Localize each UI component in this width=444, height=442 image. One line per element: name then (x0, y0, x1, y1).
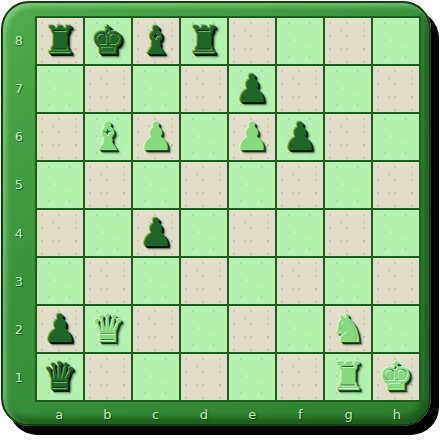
square-b3[interactable] (85, 258, 131, 304)
rank-label-2: 2 (3, 306, 35, 354)
file-labels: abcdefgh (35, 402, 421, 426)
square-c5[interactable] (133, 162, 179, 208)
square-d4[interactable] (181, 210, 227, 256)
square-e3[interactable] (229, 258, 275, 304)
piece-white-rook-g1[interactable]: ♜ (331, 355, 366, 399)
piece-black-pawn-e7[interactable]: ♟ (235, 67, 270, 111)
piece-white-knight-g2[interactable]: ♞ (331, 307, 366, 351)
square-a8[interactable]: ♜ (37, 18, 83, 64)
square-h8[interactable] (373, 18, 419, 64)
square-a5[interactable] (37, 162, 83, 208)
file-label-h: h (373, 402, 421, 426)
square-g1[interactable]: ♜ (325, 354, 371, 400)
square-e8[interactable] (229, 18, 275, 64)
square-g7[interactable] (325, 66, 371, 112)
square-e1[interactable] (229, 354, 275, 400)
rank-labels: 87654321 (3, 16, 35, 402)
square-e4[interactable] (229, 210, 275, 256)
rank-label-6: 6 (3, 113, 35, 161)
rank-label-8: 8 (3, 16, 35, 64)
square-c2[interactable] (133, 306, 179, 352)
square-a6[interactable] (37, 114, 83, 160)
square-c8[interactable]: ♝ (133, 18, 179, 64)
piece-white-pawn-c6[interactable]: ♟ (139, 115, 174, 159)
piece-white-bishop-b6[interactable]: ♝ (91, 115, 126, 159)
piece-black-pawn-a2[interactable]: ♟ (43, 307, 78, 351)
square-b6[interactable]: ♝ (85, 114, 131, 160)
square-g8[interactable] (325, 18, 371, 64)
piece-black-pawn-f6[interactable]: ♟ (283, 115, 318, 159)
file-label-f: f (276, 402, 324, 426)
rank-label-4: 4 (3, 209, 35, 257)
file-label-d: d (180, 402, 228, 426)
square-c4[interactable]: ♟ (133, 210, 179, 256)
piece-white-king-h1[interactable]: ♚ (379, 355, 414, 399)
rank-label-3: 3 (3, 257, 35, 305)
chess-board[interactable]: ♜♚♝♜♟♝♟♟♟♟♟♛♞♛♜♚ (35, 16, 421, 402)
chess-board-frame: 87654321 ♜♚♝♜♟♝♟♟♟♟♟♛♞♛♜♚ abcdefgh (1, 1, 431, 426)
file-label-c: c (132, 402, 180, 426)
rank-label-5: 5 (3, 161, 35, 209)
square-d2[interactable] (181, 306, 227, 352)
file-label-e: e (228, 402, 276, 426)
square-f1[interactable] (277, 354, 323, 400)
piece-black-queen-a1[interactable]: ♛ (43, 355, 78, 399)
square-d8[interactable]: ♜ (181, 18, 227, 64)
square-h3[interactable] (373, 258, 419, 304)
square-a3[interactable] (37, 258, 83, 304)
piece-black-rook-a8[interactable]: ♜ (43, 19, 78, 63)
square-b5[interactable] (85, 162, 131, 208)
square-b1[interactable] (85, 354, 131, 400)
square-a4[interactable] (37, 210, 83, 256)
square-f6[interactable]: ♟ (277, 114, 323, 160)
square-c1[interactable] (133, 354, 179, 400)
square-a1[interactable]: ♛ (37, 354, 83, 400)
file-label-b: b (83, 402, 131, 426)
rank-label-7: 7 (3, 64, 35, 112)
square-b4[interactable] (85, 210, 131, 256)
square-c6[interactable]: ♟ (133, 114, 179, 160)
square-c3[interactable] (133, 258, 179, 304)
file-label-a: a (35, 402, 83, 426)
square-f7[interactable] (277, 66, 323, 112)
square-e7[interactable]: ♟ (229, 66, 275, 112)
square-h5[interactable] (373, 162, 419, 208)
rank-label-1: 1 (3, 354, 35, 402)
square-f4[interactable] (277, 210, 323, 256)
square-e2[interactable] (229, 306, 275, 352)
square-g5[interactable] (325, 162, 371, 208)
square-a7[interactable] (37, 66, 83, 112)
square-f3[interactable] (277, 258, 323, 304)
square-d6[interactable] (181, 114, 227, 160)
square-d1[interactable] (181, 354, 227, 400)
square-g2[interactable]: ♞ (325, 306, 371, 352)
piece-white-pawn-e6[interactable]: ♟ (235, 115, 270, 159)
file-label-g: g (325, 402, 373, 426)
square-h7[interactable] (373, 66, 419, 112)
square-e6[interactable]: ♟ (229, 114, 275, 160)
square-d3[interactable] (181, 258, 227, 304)
piece-black-bishop-c8[interactable]: ♝ (139, 19, 174, 63)
square-g3[interactable] (325, 258, 371, 304)
square-a2[interactable]: ♟ (37, 306, 83, 352)
square-f2[interactable] (277, 306, 323, 352)
square-d7[interactable] (181, 66, 227, 112)
piece-black-pawn-c4[interactable]: ♟ (139, 211, 174, 255)
square-h6[interactable] (373, 114, 419, 160)
piece-black-king-b8[interactable]: ♚ (91, 19, 126, 63)
square-b8[interactable]: ♚ (85, 18, 131, 64)
square-h4[interactable] (373, 210, 419, 256)
piece-white-queen-b2[interactable]: ♛ (91, 307, 126, 351)
piece-black-rook-d8[interactable]: ♜ (187, 19, 222, 63)
square-f8[interactable] (277, 18, 323, 64)
square-d5[interactable] (181, 162, 227, 208)
square-h2[interactable] (373, 306, 419, 352)
square-e5[interactable] (229, 162, 275, 208)
square-g4[interactable] (325, 210, 371, 256)
square-g6[interactable] (325, 114, 371, 160)
square-b7[interactable] (85, 66, 131, 112)
square-h1[interactable]: ♚ (373, 354, 419, 400)
square-b2[interactable]: ♛ (85, 306, 131, 352)
square-c7[interactable] (133, 66, 179, 112)
square-f5[interactable] (277, 162, 323, 208)
